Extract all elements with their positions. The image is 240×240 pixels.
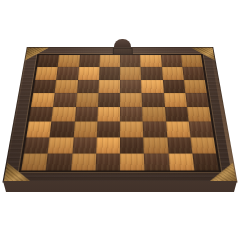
board-square [55, 80, 78, 93]
board-square [76, 93, 99, 107]
board-square [163, 93, 186, 107]
board-square [141, 80, 163, 93]
board-square [143, 122, 167, 137]
board-square [78, 67, 100, 80]
board-square [141, 67, 163, 80]
board-square [35, 67, 58, 80]
board-square [77, 80, 99, 93]
board-square [182, 67, 205, 80]
board-square [21, 153, 48, 170]
board-square [24, 137, 50, 153]
product-photo [0, 0, 240, 240]
hanger-plate [113, 48, 133, 55]
board-square [31, 93, 55, 107]
board-square [98, 80, 120, 93]
board-square [120, 67, 141, 80]
board-square [71, 153, 96, 170]
board-square [48, 137, 73, 153]
board-square [98, 93, 120, 107]
board-square [99, 67, 120, 80]
board-square [181, 55, 203, 67]
board-frame [2, 47, 237, 183]
board-square [184, 80, 207, 93]
board-square [143, 137, 168, 153]
board-grid [21, 55, 219, 171]
board-square [97, 107, 120, 122]
board-square [140, 55, 161, 67]
board-square [74, 107, 97, 122]
board-square [162, 80, 185, 93]
board-square [96, 137, 120, 153]
board-square [165, 107, 189, 122]
board-square [120, 122, 143, 137]
board-square [120, 153, 145, 170]
board-square [187, 107, 212, 122]
board-square [58, 55, 80, 67]
board-square [192, 153, 219, 170]
board-square [46, 153, 72, 170]
board-square [37, 55, 59, 67]
board-square [142, 93, 165, 107]
board-square [167, 137, 192, 153]
board-square [120, 93, 142, 107]
board-square [33, 80, 56, 93]
chessboard [2, 47, 237, 183]
board-square [168, 153, 194, 170]
board-square [95, 153, 120, 170]
board-square [99, 55, 120, 67]
board-square [142, 107, 165, 122]
board-square [29, 107, 54, 122]
board-square [50, 122, 75, 137]
board-square [188, 122, 213, 137]
board-square [144, 153, 169, 170]
board-square [56, 67, 78, 80]
board-square [52, 107, 76, 122]
board-square [166, 122, 191, 137]
board-square [120, 107, 143, 122]
board-square [120, 80, 142, 93]
board-square [73, 122, 97, 137]
board-square [190, 137, 216, 153]
board-square [185, 93, 209, 107]
board-square [26, 122, 51, 137]
board-square [120, 137, 144, 153]
board-well [19, 54, 221, 172]
board-square [79, 55, 100, 67]
board-square [161, 67, 183, 80]
board-square [120, 55, 141, 67]
board-square [97, 122, 120, 137]
board-square [160, 55, 182, 67]
board-square [72, 137, 97, 153]
board-square [53, 93, 76, 107]
